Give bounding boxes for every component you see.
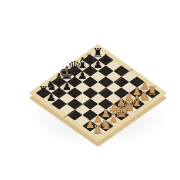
chess-set-photo: ♜♟♞♟♝♟♛♟♚♟♝♟♟♞♜♟♟♜♞♟♟♝♟♛♟♚♟♝♟♞♟♜ — [0, 0, 180, 180]
